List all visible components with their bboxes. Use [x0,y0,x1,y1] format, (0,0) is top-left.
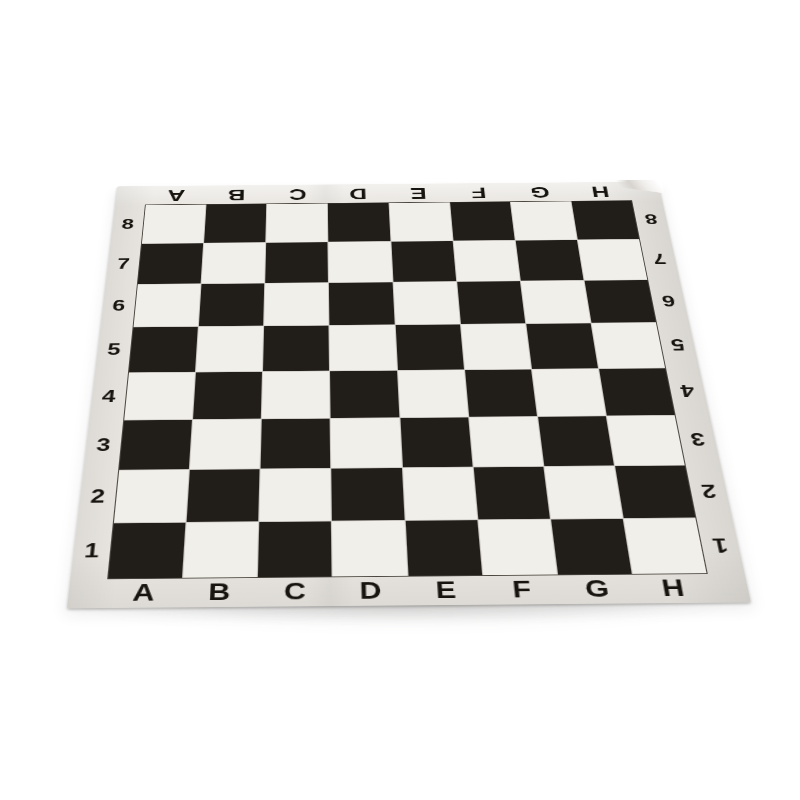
square-a8 [142,205,206,244]
square-a1 [108,523,185,579]
square-a4 [124,372,195,419]
board-grid [107,200,708,579]
square-e6 [393,282,460,325]
square-c7 [265,242,328,283]
square-h3 [607,415,685,465]
square-b8 [204,204,266,243]
square-g8 [511,201,577,240]
square-d6 [329,283,394,326]
square-a5 [129,327,198,372]
square-b3 [190,419,261,469]
square-f3 [469,417,543,467]
square-h2 [615,465,695,518]
rank-label-left-2: 2 [77,470,118,523]
file-label-top-g: G [508,182,571,201]
square-c3 [261,418,331,468]
rank-label-left-3: 3 [83,420,123,470]
square-f6 [457,281,525,324]
file-label-top-a: A [145,186,207,205]
square-d1 [332,521,407,577]
square-h1 [624,518,707,574]
file-label-bottom-e: E [407,576,485,605]
square-e1 [405,520,482,576]
square-b6 [199,284,264,327]
file-label-top-b: B [206,185,267,204]
square-g1 [551,519,632,575]
square-f2 [473,467,549,520]
square-g3 [538,416,614,466]
file-label-bottom-b: B [180,578,257,607]
file-label-bottom-h: H [633,574,714,603]
product-photo-background: ABCDEFGH ABCDEFGH 87654321 87654321 [0,0,800,800]
file-label-top-e: E [388,183,450,202]
square-d2 [332,468,404,521]
square-a3 [119,420,192,470]
square-e8 [389,202,452,241]
square-g5 [526,324,598,369]
square-b2 [187,469,260,522]
rank-label-left-5: 5 [95,327,133,372]
rank-label-left-8: 8 [110,205,145,244]
square-e2 [402,467,476,520]
square-b1 [183,522,258,578]
file-label-bottom-a: A [104,579,182,608]
square-e7 [391,241,456,282]
square-d5 [330,325,397,370]
square-d8 [328,203,390,242]
square-h4 [599,368,675,415]
mat-perspective-wrapper: ABCDEFGH ABCDEFGH 87654321 87654321 [67,182,751,609]
square-g2 [544,466,622,519]
square-b4 [193,372,262,419]
square-h8 [571,201,639,240]
square-f1 [478,519,557,575]
chessboard-mat: ABCDEFGH ABCDEFGH 87654321 87654321 [67,182,751,609]
file-label-bottom-c: C [257,577,333,606]
file-label-top-d: D [327,184,388,203]
square-a6 [134,284,201,327]
square-c5 [263,326,329,371]
square-h6 [584,280,655,323]
square-g6 [521,281,591,324]
square-g7 [516,240,584,281]
square-c8 [266,203,327,242]
square-d7 [329,242,392,283]
square-c6 [264,283,328,326]
file-label-top-c: C [267,185,328,204]
square-a7 [138,243,203,284]
square-e4 [398,370,468,417]
square-f7 [453,241,519,282]
file-label-bottom-f: F [483,575,562,604]
square-b7 [202,243,266,284]
square-d3 [331,418,401,468]
rank-label-left-7: 7 [106,243,141,284]
square-a2 [114,470,189,523]
square-f4 [465,369,537,416]
square-d4 [330,370,398,417]
square-f5 [461,324,531,369]
square-c2 [260,468,332,521]
rank-label-left-6: 6 [100,284,136,327]
square-f8 [450,202,515,241]
file-label-bottom-d: D [332,577,409,606]
square-b5 [196,326,263,371]
file-label-bottom-g: G [558,575,638,604]
square-c1 [258,521,332,577]
rank-label-left-4: 4 [89,372,128,420]
files-bottom-row: ABCDEFGH [104,574,713,608]
square-h5 [592,323,665,368]
square-c4 [262,371,330,418]
square-e5 [395,325,463,370]
square-e3 [400,417,472,467]
square-g4 [532,369,606,416]
rank-label-left-1: 1 [70,523,113,579]
file-label-top-f: F [448,183,511,202]
square-h7 [578,240,647,281]
